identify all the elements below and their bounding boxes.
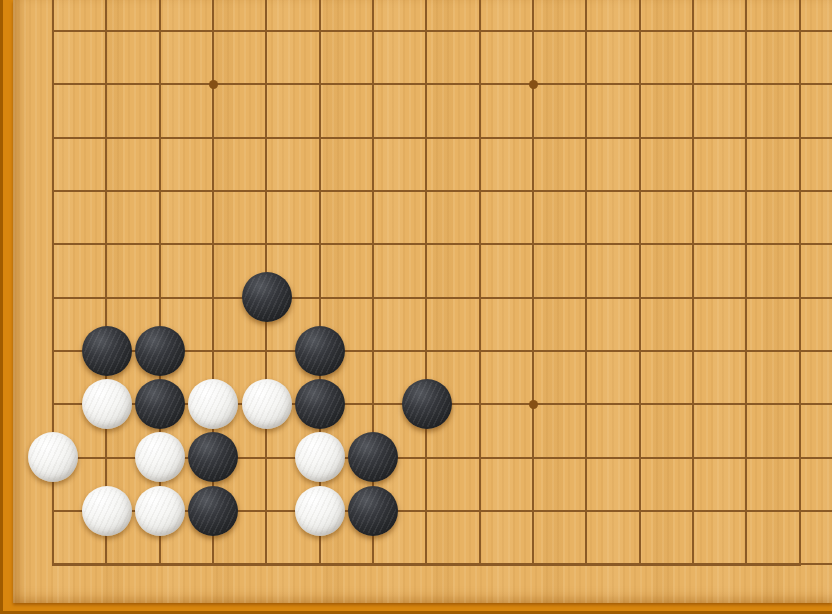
grid-cell (532, 457, 585, 510)
white-stone-glyph: ○ (82, 379, 132, 429)
white-stone-glyph: ○ (135, 486, 185, 536)
grid-cell (425, 30, 478, 83)
black-stone-glyph: ● (295, 326, 345, 376)
grid-cell (479, 350, 532, 403)
grid-lines-top-crop (52, 0, 801, 30)
grid-cell (692, 137, 745, 190)
go-stone-black: ● (188, 486, 238, 536)
go-stone-white: ○ (82, 486, 132, 536)
grid-cell (479, 403, 532, 456)
grid-cell (745, 137, 798, 190)
grid-cell (479, 297, 532, 350)
white-stone-glyph: ○ (242, 379, 292, 429)
grid-cell (692, 457, 745, 510)
grid-cell (692, 403, 745, 456)
grid-cell (372, 190, 425, 243)
grid-cell (212, 83, 265, 136)
grid-cell (105, 190, 158, 243)
grid-cell (425, 137, 478, 190)
black-stone-glyph: ● (135, 379, 185, 429)
grid-cell (532, 190, 585, 243)
go-stone-black: ● (295, 326, 345, 376)
black-stone-glyph: ● (82, 326, 132, 376)
grid-cell (532, 30, 585, 83)
frame-left-edge (0, 0, 3, 614)
grid-cell (159, 83, 212, 136)
grid-cell (425, 190, 478, 243)
star-point (209, 80, 218, 89)
grid-cell (372, 137, 425, 190)
grid-cell (745, 457, 798, 510)
grid-cell (532, 403, 585, 456)
grid-cell (532, 243, 585, 296)
grid-cell (692, 83, 745, 136)
grid-cell (319, 190, 372, 243)
grid-cell (745, 510, 798, 563)
grid-cell (319, 137, 372, 190)
grid-cell (105, 83, 158, 136)
grid-cell (479, 457, 532, 510)
grid-cell (639, 350, 692, 403)
grid-cell (372, 297, 425, 350)
grid-cell (479, 190, 532, 243)
grid-cell (265, 190, 318, 243)
grid-cell (745, 297, 798, 350)
grid-cell (639, 83, 692, 136)
grid-cell (265, 30, 318, 83)
grid-cell (692, 350, 745, 403)
grid-cell (479, 30, 532, 83)
grid-cell (745, 83, 798, 136)
grid-cell (639, 243, 692, 296)
grid-cell (585, 243, 638, 296)
grid-cell (105, 243, 158, 296)
go-stone-white: ○ (82, 379, 132, 429)
grid-cell (745, 403, 798, 456)
white-stone-glyph: ○ (188, 379, 238, 429)
go-stone-white: ○ (242, 379, 292, 429)
grid-cell (319, 243, 372, 296)
go-stone-black: ● (82, 326, 132, 376)
grid-cell (585, 190, 638, 243)
black-stone-glyph: ● (242, 272, 292, 322)
grid-cell (159, 137, 212, 190)
grid-cell (265, 83, 318, 136)
grid-cell (585, 137, 638, 190)
grid-cell (532, 83, 585, 136)
grid-cell (745, 190, 798, 243)
grid-cell (212, 30, 265, 83)
grid-cell (745, 243, 798, 296)
go-stone-black: ● (135, 326, 185, 376)
star-point (529, 80, 538, 89)
grid-cell (105, 137, 158, 190)
black-stone-glyph: ● (348, 486, 398, 536)
grid-cell (159, 243, 212, 296)
grid-cell (585, 403, 638, 456)
go-stone-black: ● (402, 379, 452, 429)
grid-cell (585, 457, 638, 510)
go-stone-black: ● (295, 379, 345, 429)
go-stone-white: ○ (135, 486, 185, 536)
grid-cell (692, 30, 745, 83)
grid-cell (212, 190, 265, 243)
grid-cell (639, 510, 692, 563)
grid-cell (105, 30, 158, 83)
grid-cell (372, 83, 425, 136)
grid-cell (425, 83, 478, 136)
black-stone-glyph: ● (295, 379, 345, 429)
grid-cell (532, 297, 585, 350)
grid-cell (425, 297, 478, 350)
grid-cell (745, 30, 798, 83)
go-stone-white: ○ (295, 486, 345, 536)
white-stone-glyph: ○ (295, 432, 345, 482)
go-stone-white: ○ (295, 432, 345, 482)
grid-cell (479, 83, 532, 136)
grid-cell (52, 137, 105, 190)
grid-cell (639, 30, 692, 83)
grid-cell (479, 510, 532, 563)
grid-cell (212, 137, 265, 190)
grid-cell (532, 137, 585, 190)
white-stone-glyph: ○ (295, 486, 345, 536)
grid-cell (585, 30, 638, 83)
grid-cell (319, 30, 372, 83)
grid-lines-right-crop (800, 30, 832, 566)
go-stone-white: ○ (188, 379, 238, 429)
white-stone-glyph: ○ (135, 432, 185, 482)
go-stone-black: ● (135, 379, 185, 429)
grid-cell (585, 510, 638, 563)
grid-cell (692, 297, 745, 350)
grid-cell (425, 457, 478, 510)
black-stone-glyph: ● (135, 326, 185, 376)
grid-cell (532, 510, 585, 563)
grid-cell (639, 297, 692, 350)
grid-cell (639, 190, 692, 243)
grid-cell (745, 350, 798, 403)
black-stone-glyph: ● (188, 486, 238, 536)
star-point (529, 400, 538, 409)
go-stone-black: ● (242, 272, 292, 322)
grid-cell (479, 243, 532, 296)
grid-cell (52, 243, 105, 296)
grid-cell (639, 137, 692, 190)
grid-cell (159, 190, 212, 243)
grid-cell (585, 83, 638, 136)
grid-cell (692, 510, 745, 563)
grid-cell (425, 510, 478, 563)
grid-cell (265, 137, 318, 190)
grid-cell (479, 137, 532, 190)
white-stone-glyph: ○ (82, 486, 132, 536)
go-stone-black: ● (348, 486, 398, 536)
grid-cell (159, 30, 212, 83)
screenshot-stage: ●●●●○●○○●●○○●○●○○●○● (0, 0, 832, 614)
grid-cell (692, 190, 745, 243)
grid-cell (639, 457, 692, 510)
grid-cell (639, 403, 692, 456)
grid-cell (585, 297, 638, 350)
grid-cell (532, 350, 585, 403)
grid-cell (425, 243, 478, 296)
grid-cell (372, 243, 425, 296)
black-stone-glyph: ● (402, 379, 452, 429)
grid-cell (52, 83, 105, 136)
grid-cell (372, 30, 425, 83)
grid-cell (52, 30, 105, 83)
grid-cell (585, 350, 638, 403)
go-stone-white: ○ (135, 432, 185, 482)
grid-cell (52, 190, 105, 243)
grid-cell (319, 83, 372, 136)
grid-cell (692, 243, 745, 296)
